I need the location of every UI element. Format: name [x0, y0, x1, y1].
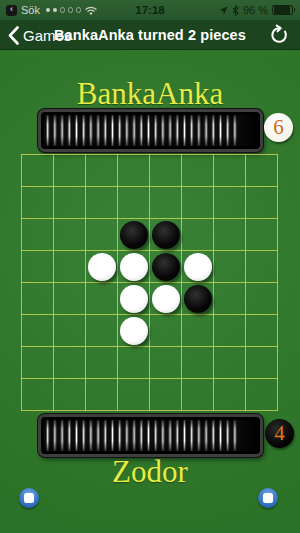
cell-e5[interactable] — [149, 282, 182, 315]
cell-b1[interactable] — [53, 154, 86, 187]
cell-h7[interactable] — [245, 346, 278, 379]
cell-c1[interactable] — [85, 154, 118, 187]
cell-c7[interactable] — [85, 346, 118, 379]
cell-g2[interactable] — [213, 186, 246, 219]
cell-g6[interactable] — [213, 314, 246, 347]
cell-e3[interactable] — [149, 218, 182, 251]
status-bar: ‹ Sök 17:18 — [0, 0, 300, 20]
cell-f3[interactable] — [181, 218, 214, 251]
cell-a8[interactable] — [21, 378, 54, 411]
player-name-bottom: Zodor — [0, 456, 300, 487]
location-arrow-icon — [219, 6, 228, 15]
cell-e7[interactable] — [149, 346, 182, 379]
cell-e4[interactable] — [149, 250, 182, 283]
cell-h2[interactable] — [245, 186, 278, 219]
cell-d6[interactable] — [117, 314, 150, 347]
app-screen: ‹ Sök 17:18 — [0, 0, 300, 533]
cell-a5[interactable] — [21, 282, 54, 315]
cell-b3[interactable] — [53, 218, 86, 251]
cell-b6[interactable] — [53, 314, 86, 347]
cell-c8[interactable] — [85, 378, 118, 411]
reversi-board — [21, 154, 278, 411]
cell-h3[interactable] — [245, 218, 278, 251]
cell-f8[interactable] — [181, 378, 214, 411]
cell-f2[interactable] — [181, 186, 214, 219]
cell-b4[interactable] — [53, 250, 86, 283]
battery-percent: 96 % — [243, 4, 268, 16]
black-disc — [184, 285, 212, 313]
cell-a6[interactable] — [21, 314, 54, 347]
bluetooth-icon — [232, 5, 239, 16]
back-chevron-icon — [8, 26, 19, 45]
cell-d3[interactable] — [117, 218, 150, 251]
black-disc — [120, 221, 148, 249]
cell-c4[interactable] — [85, 250, 118, 283]
cell-e2[interactable] — [149, 186, 182, 219]
black-disc — [152, 253, 180, 281]
cell-e1[interactable] — [149, 154, 182, 187]
cell-d1[interactable] — [117, 154, 150, 187]
cell-f6[interactable] — [181, 314, 214, 347]
chat-square-icon — [263, 493, 273, 503]
cell-f5[interactable] — [181, 282, 214, 315]
cell-b5[interactable] — [53, 282, 86, 315]
black-score-badge: 4 — [265, 419, 294, 448]
cell-d5[interactable] — [117, 282, 150, 315]
white-disc — [184, 253, 212, 281]
cell-g3[interactable] — [213, 218, 246, 251]
cell-h1[interactable] — [245, 154, 278, 187]
cell-h8[interactable] — [245, 378, 278, 411]
cell-d2[interactable] — [117, 186, 150, 219]
cell-g1[interactable] — [213, 154, 246, 187]
cell-a7[interactable] — [21, 346, 54, 379]
white-score-badge: 6 — [264, 113, 293, 142]
white-disc-rack — [38, 109, 263, 152]
cell-e6[interactable] — [149, 314, 182, 347]
cell-a1[interactable] — [21, 154, 54, 187]
battery-icon — [272, 5, 295, 16]
cell-b2[interactable] — [53, 186, 86, 219]
game-area: BankaAnka 6 4 Zodor — [0, 50, 300, 533]
cell-a2[interactable] — [21, 186, 54, 219]
cell-c3[interactable] — [85, 218, 118, 251]
cell-a4[interactable] — [21, 250, 54, 283]
cell-d8[interactable] — [117, 378, 150, 411]
cell-c5[interactable] — [85, 282, 118, 315]
refresh-button[interactable] — [268, 24, 290, 46]
chat-button-left[interactable] — [19, 488, 39, 508]
black-disc-rack-discs — [44, 420, 238, 451]
white-disc — [120, 253, 148, 281]
player-name-top: BankaAnka — [0, 78, 300, 109]
cell-g7[interactable] — [213, 346, 246, 379]
white-disc — [88, 253, 116, 281]
cell-f4[interactable] — [181, 250, 214, 283]
navigation-bar: BankaAnka turned 2 pieces Games — [0, 20, 300, 50]
cell-h4[interactable] — [245, 250, 278, 283]
cell-g4[interactable] — [213, 250, 246, 283]
cell-a3[interactable] — [21, 218, 54, 251]
white-disc — [120, 285, 148, 313]
cell-h5[interactable] — [245, 282, 278, 315]
cell-g8[interactable] — [213, 378, 246, 411]
cell-b7[interactable] — [53, 346, 86, 379]
black-disc-rack — [38, 414, 263, 457]
cell-c6[interactable] — [85, 314, 118, 347]
cell-f7[interactable] — [181, 346, 214, 379]
cell-d4[interactable] — [117, 250, 150, 283]
back-button-label: Games — [23, 27, 71, 44]
cell-d7[interactable] — [117, 346, 150, 379]
cell-h6[interactable] — [245, 314, 278, 347]
cell-g5[interactable] — [213, 282, 246, 315]
cell-e8[interactable] — [149, 378, 182, 411]
back-button[interactable]: Games — [8, 20, 71, 50]
chat-square-icon — [24, 493, 34, 503]
white-disc — [152, 285, 180, 313]
white-disc — [120, 317, 148, 345]
cell-f1[interactable] — [181, 154, 214, 187]
white-disc-rack-discs — [44, 115, 238, 146]
cell-c2[interactable] — [85, 186, 118, 219]
status-right-cluster: 96 % — [219, 0, 295, 20]
black-disc — [152, 221, 180, 249]
chat-button-right[interactable] — [258, 488, 278, 508]
cell-b8[interactable] — [53, 378, 86, 411]
